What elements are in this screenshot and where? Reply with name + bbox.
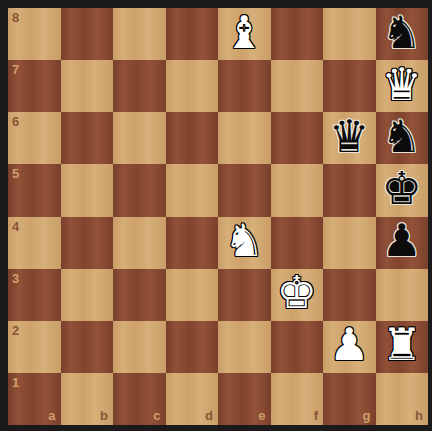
square-a6[interactable]: 6 — [8, 112, 61, 164]
square-h1[interactable]: h — [376, 373, 429, 425]
rank-label-8: 8 — [12, 11, 19, 24]
chess-board: 8♝♞7♛6♛♞5♚4♞♟3♚2♟♜1abcdefgh — [8, 8, 428, 425]
square-h5[interactable]: ♚ — [376, 164, 429, 216]
square-g4[interactable] — [323, 217, 376, 269]
square-a1[interactable]: 1a — [8, 373, 61, 425]
square-e4[interactable]: ♞ — [218, 217, 271, 269]
square-a2[interactable]: 2 — [8, 321, 61, 373]
square-e5[interactable] — [218, 164, 271, 216]
file-label-c: c — [153, 409, 160, 422]
file-label-b: b — [100, 409, 108, 422]
square-f7[interactable] — [271, 60, 324, 112]
square-c5[interactable] — [113, 164, 166, 216]
square-b7[interactable] — [61, 60, 114, 112]
square-b3[interactable] — [61, 269, 114, 321]
file-label-d: d — [205, 409, 213, 422]
square-c8[interactable] — [113, 8, 166, 60]
square-b4[interactable] — [61, 217, 114, 269]
square-a4[interactable]: 4 — [8, 217, 61, 269]
rank-label-2: 2 — [12, 324, 19, 337]
square-c1[interactable]: c — [113, 373, 166, 425]
black-queen[interactable]: ♛ — [329, 114, 369, 159]
square-g3[interactable] — [323, 269, 376, 321]
square-d4[interactable] — [166, 217, 219, 269]
file-label-g: g — [363, 409, 371, 422]
square-g7[interactable] — [323, 60, 376, 112]
square-b5[interactable] — [61, 164, 114, 216]
square-f4[interactable] — [271, 217, 324, 269]
square-g1[interactable]: g — [323, 373, 376, 425]
square-b1[interactable]: b — [61, 373, 114, 425]
square-f1[interactable]: f — [271, 373, 324, 425]
black-knight[interactable]: ♞ — [382, 10, 422, 55]
square-c4[interactable] — [113, 217, 166, 269]
square-b6[interactable] — [61, 112, 114, 164]
square-f5[interactable] — [271, 164, 324, 216]
rank-label-1: 1 — [12, 376, 19, 389]
rank-label-4: 4 — [12, 220, 19, 233]
rank-label-3: 3 — [12, 272, 19, 285]
square-d7[interactable] — [166, 60, 219, 112]
square-g6[interactable]: ♛ — [323, 112, 376, 164]
square-f2[interactable] — [271, 321, 324, 373]
square-b2[interactable] — [61, 321, 114, 373]
white-rook[interactable]: ♜ — [382, 322, 422, 367]
white-king[interactable]: ♚ — [277, 270, 317, 315]
square-c2[interactable] — [113, 321, 166, 373]
chess-app-window: 8♝♞7♛6♛♞5♚4♞♟3♚2♟♜1abcdefgh — [0, 0, 432, 431]
square-e1[interactable]: e — [218, 373, 271, 425]
square-h8[interactable]: ♞ — [376, 8, 429, 60]
rank-label-5: 5 — [12, 167, 19, 180]
square-d8[interactable] — [166, 8, 219, 60]
square-c7[interactable] — [113, 60, 166, 112]
white-knight[interactable]: ♞ — [224, 218, 264, 263]
square-f8[interactable] — [271, 8, 324, 60]
white-bishop[interactable]: ♝ — [224, 10, 264, 55]
square-d2[interactable] — [166, 321, 219, 373]
square-d1[interactable]: d — [166, 373, 219, 425]
square-h7[interactable]: ♛ — [376, 60, 429, 112]
square-e2[interactable] — [218, 321, 271, 373]
square-d3[interactable] — [166, 269, 219, 321]
square-g8[interactable] — [323, 8, 376, 60]
square-a8[interactable]: 8 — [8, 8, 61, 60]
square-b8[interactable] — [61, 8, 114, 60]
square-f6[interactable] — [271, 112, 324, 164]
file-label-h: h — [415, 409, 423, 422]
square-c6[interactable] — [113, 112, 166, 164]
file-label-a: a — [48, 409, 55, 422]
square-h2[interactable]: ♜ — [376, 321, 429, 373]
white-pawn[interactable]: ♟ — [329, 322, 369, 367]
square-e6[interactable] — [218, 112, 271, 164]
square-c3[interactable] — [113, 269, 166, 321]
black-king[interactable]: ♚ — [382, 166, 422, 211]
square-a7[interactable]: 7 — [8, 60, 61, 112]
rank-label-7: 7 — [12, 63, 19, 76]
square-a5[interactable]: 5 — [8, 164, 61, 216]
square-f3[interactable]: ♚ — [271, 269, 324, 321]
square-d6[interactable] — [166, 112, 219, 164]
white-queen[interactable]: ♛ — [382, 62, 422, 107]
square-e8[interactable]: ♝ — [218, 8, 271, 60]
square-g2[interactable]: ♟ — [323, 321, 376, 373]
square-h3[interactable] — [376, 269, 429, 321]
rank-label-6: 6 — [12, 115, 19, 128]
square-g5[interactable] — [323, 164, 376, 216]
square-a3[interactable]: 3 — [8, 269, 61, 321]
black-knight[interactable]: ♞ — [382, 114, 422, 159]
square-h6[interactable]: ♞ — [376, 112, 429, 164]
square-h4[interactable]: ♟ — [376, 217, 429, 269]
black-pawn[interactable]: ♟ — [382, 218, 422, 263]
file-label-e: e — [258, 409, 265, 422]
square-e7[interactable] — [218, 60, 271, 112]
file-label-f: f — [314, 409, 318, 422]
square-d5[interactable] — [166, 164, 219, 216]
square-e3[interactable] — [218, 269, 271, 321]
